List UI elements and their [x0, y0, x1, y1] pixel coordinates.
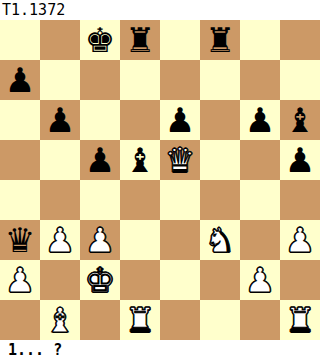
piece-bP-a7[interactable]: ♟	[5, 60, 35, 100]
piece-wR-h1[interactable]: ♜	[285, 300, 315, 340]
square-a4[interactable]	[0, 180, 40, 220]
puzzle-window: T1.1372 ♚♜♜♟♟♟♟♝♟♝♛♟♛♟♟♞♟♟♚♟♝♜♜ 1... ?	[0, 0, 320, 360]
square-d2[interactable]	[120, 260, 160, 300]
square-b5[interactable]	[40, 140, 80, 180]
square-g4[interactable]	[240, 180, 280, 220]
square-a7[interactable]: ♟	[0, 60, 40, 100]
square-a6[interactable]	[0, 100, 40, 140]
piece-bP-c5[interactable]: ♟	[85, 140, 115, 180]
piece-wP-c3[interactable]: ♟	[85, 220, 115, 260]
square-b7[interactable]	[40, 60, 80, 100]
square-a2[interactable]: ♟	[0, 260, 40, 300]
square-e1[interactable]	[160, 300, 200, 340]
piece-wP-h3[interactable]: ♟	[285, 220, 315, 260]
square-a8[interactable]	[0, 20, 40, 60]
square-e6[interactable]: ♟	[160, 100, 200, 140]
square-c3[interactable]: ♟	[80, 220, 120, 260]
square-f7[interactable]	[200, 60, 240, 100]
square-h2[interactable]	[280, 260, 320, 300]
square-d6[interactable]	[120, 100, 160, 140]
square-e2[interactable]	[160, 260, 200, 300]
square-c2[interactable]: ♚	[80, 260, 120, 300]
square-e8[interactable]	[160, 20, 200, 60]
piece-bP-h5[interactable]: ♟	[285, 140, 315, 180]
square-f5[interactable]	[200, 140, 240, 180]
square-h4[interactable]	[280, 180, 320, 220]
square-b4[interactable]	[40, 180, 80, 220]
square-e7[interactable]	[160, 60, 200, 100]
move-prompt: 1... ?	[0, 340, 320, 360]
square-c1[interactable]	[80, 300, 120, 340]
piece-wP-g2[interactable]: ♟	[245, 260, 275, 300]
piece-bQ-a3[interactable]: ♛	[5, 220, 35, 260]
square-d7[interactable]	[120, 60, 160, 100]
square-f1[interactable]	[200, 300, 240, 340]
square-f8[interactable]: ♜	[200, 20, 240, 60]
square-c8[interactable]: ♚	[80, 20, 120, 60]
piece-bK-c8[interactable]: ♚	[85, 20, 115, 60]
square-e4[interactable]	[160, 180, 200, 220]
square-c6[interactable]	[80, 100, 120, 140]
square-h5[interactable]: ♟	[280, 140, 320, 180]
piece-bP-b6[interactable]: ♟	[45, 100, 75, 140]
piece-bB-h6[interactable]: ♝	[285, 100, 315, 140]
piece-wP-b3[interactable]: ♟	[45, 220, 75, 260]
square-c7[interactable]	[80, 60, 120, 100]
square-b8[interactable]	[40, 20, 80, 60]
piece-bR-f8[interactable]: ♜	[205, 20, 235, 60]
square-h6[interactable]: ♝	[280, 100, 320, 140]
square-c4[interactable]	[80, 180, 120, 220]
piece-bP-e6[interactable]: ♟	[165, 100, 195, 140]
piece-bR-d8[interactable]: ♜	[125, 20, 155, 60]
square-e3[interactable]	[160, 220, 200, 260]
square-b6[interactable]: ♟	[40, 100, 80, 140]
piece-bP-g6[interactable]: ♟	[245, 100, 275, 140]
square-h3[interactable]: ♟	[280, 220, 320, 260]
square-f4[interactable]	[200, 180, 240, 220]
piece-wP-a2[interactable]: ♟	[5, 260, 35, 300]
square-d8[interactable]: ♜	[120, 20, 160, 60]
piece-wK-c2[interactable]: ♚	[85, 260, 115, 300]
square-g7[interactable]	[240, 60, 280, 100]
piece-wQ-e5[interactable]: ♛	[165, 140, 195, 180]
puzzle-id: T1.1372	[0, 0, 320, 20]
square-f2[interactable]	[200, 260, 240, 300]
square-g3[interactable]	[240, 220, 280, 260]
square-b2[interactable]	[40, 260, 80, 300]
square-g5[interactable]	[240, 140, 280, 180]
piece-wN-f3[interactable]: ♞	[205, 220, 235, 260]
square-f6[interactable]	[200, 100, 240, 140]
square-h7[interactable]	[280, 60, 320, 100]
piece-bB-d5[interactable]: ♝	[125, 140, 155, 180]
square-c5[interactable]: ♟	[80, 140, 120, 180]
square-g8[interactable]	[240, 20, 280, 60]
piece-wB-b1[interactable]: ♝	[45, 300, 75, 340]
square-d5[interactable]: ♝	[120, 140, 160, 180]
square-e5[interactable]: ♛	[160, 140, 200, 180]
square-d1[interactable]: ♜	[120, 300, 160, 340]
square-d3[interactable]	[120, 220, 160, 260]
square-d4[interactable]	[120, 180, 160, 220]
square-g6[interactable]: ♟	[240, 100, 280, 140]
square-b3[interactable]: ♟	[40, 220, 80, 260]
square-a3[interactable]: ♛	[0, 220, 40, 260]
square-f3[interactable]: ♞	[200, 220, 240, 260]
square-a1[interactable]	[0, 300, 40, 340]
square-h1[interactable]: ♜	[280, 300, 320, 340]
chess-board: ♚♜♜♟♟♟♟♝♟♝♛♟♛♟♟♞♟♟♚♟♝♜♜	[0, 20, 320, 340]
square-g2[interactable]: ♟	[240, 260, 280, 300]
square-b1[interactable]: ♝	[40, 300, 80, 340]
square-a5[interactable]	[0, 140, 40, 180]
piece-wR-d1[interactable]: ♜	[125, 300, 155, 340]
square-h8[interactable]	[280, 20, 320, 60]
square-g1[interactable]	[240, 300, 280, 340]
